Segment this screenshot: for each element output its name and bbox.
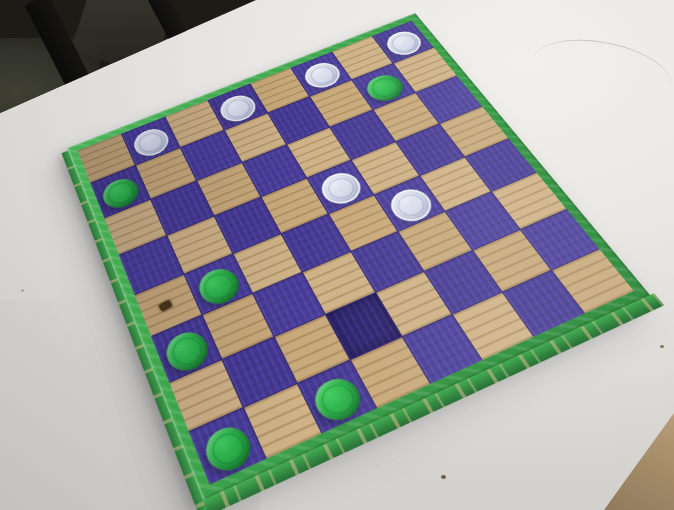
table-speck bbox=[441, 475, 446, 479]
table-speck bbox=[660, 345, 664, 348]
table-speck bbox=[21, 289, 24, 292]
board-defect-mark bbox=[158, 300, 173, 313]
